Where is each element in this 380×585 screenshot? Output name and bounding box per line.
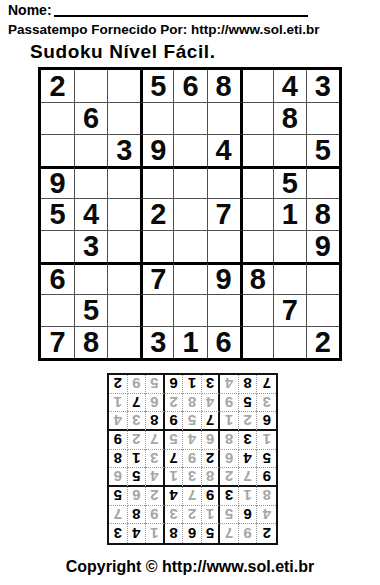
solution-cell-r7c1: 6 [257, 412, 276, 431]
solution-cell-r9c9: 2 [109, 375, 128, 394]
solution-cell-r2c1: 4 [257, 506, 276, 525]
solution-cell-r4c1: 9 [257, 468, 276, 487]
puzzle-cell-r7c6: 9 [207, 262, 240, 294]
puzzle-cell-r1c1: 2 [41, 70, 74, 102]
puzzle-cell-r3c1[interactable] [41, 134, 74, 166]
solution-cell-r5c4: 2 [202, 450, 221, 469]
sudoku-solution-grid-rotated: 2975681434651239878139742659728314565462… [107, 373, 278, 545]
puzzle-cell-r6c9: 9 [306, 230, 339, 262]
puzzle-cell-r2c8: 8 [273, 102, 306, 134]
puzzle-cell-r5c1: 5 [41, 198, 74, 230]
solution-cell-r7c3: 1 [220, 412, 239, 431]
solution-cell-r6c7: 7 [146, 431, 165, 450]
solution-cell-r4c3: 2 [220, 468, 239, 487]
puzzle-cell-r2c7[interactable] [240, 102, 273, 134]
solution-cell-r5c6: 7 [165, 450, 184, 469]
solution-cell-r5c9: 8 [109, 450, 128, 469]
puzzle-cell-r8c4[interactable] [140, 294, 173, 326]
puzzle-cell-r9c8[interactable] [273, 326, 306, 358]
solution-cell-r8c9: 1 [109, 394, 128, 413]
puzzle-cell-r7c8[interactable] [273, 262, 306, 294]
solution-cell-r5c2: 4 [239, 450, 258, 469]
solution-cell-r6c4: 6 [202, 431, 221, 450]
puzzle-cell-r9c2: 8 [74, 326, 107, 358]
puzzle-cell-r6c5[interactable] [173, 230, 206, 262]
puzzle-cell-r6c7[interactable] [240, 230, 273, 262]
puzzle-cell-r1c5: 6 [173, 70, 206, 102]
puzzle-cell-r3c6: 4 [207, 134, 240, 166]
puzzle-cell-r5c7[interactable] [240, 198, 273, 230]
puzzle-cell-r9c6: 6 [207, 326, 240, 358]
solution-cell-r6c2: 3 [239, 431, 258, 450]
solution-cell-r4c2: 7 [239, 468, 258, 487]
puzzle-cell-r7c5[interactable] [173, 262, 206, 294]
puzzle-cell-r7c3[interactable] [107, 262, 140, 294]
puzzle-cell-r5c9: 8 [306, 198, 339, 230]
puzzle-cell-r6c2: 3 [74, 230, 107, 262]
solution-cell-r9c2: 8 [239, 375, 258, 394]
puzzle-cell-r5c4: 2 [140, 198, 173, 230]
puzzle-cell-r8c7[interactable] [240, 294, 273, 326]
solution-cell-r2c7: 9 [146, 506, 165, 525]
solution-cell-r9c7: 5 [146, 375, 165, 394]
puzzle-cell-r3c5[interactable] [173, 134, 206, 166]
puzzle-cell-r3c3: 3 [107, 134, 140, 166]
puzzle-cell-r7c2[interactable] [74, 262, 107, 294]
solution-cell-r3c1: 8 [257, 487, 276, 506]
puzzle-cell-r2c2: 6 [74, 102, 107, 134]
puzzle-cell-r3c9: 5 [306, 134, 339, 166]
puzzle-cell-r7c1: 6 [41, 262, 74, 294]
puzzle-cell-r2c3[interactable] [107, 102, 140, 134]
puzzle-cell-r4c1: 9 [41, 166, 74, 198]
solution-cell-r3c5: 7 [183, 487, 202, 506]
puzzle-cell-r3c2[interactable] [74, 134, 107, 166]
solution-cell-r3c8: 6 [128, 487, 147, 506]
puzzle-cell-r5c2: 4 [74, 198, 107, 230]
puzzle-cell-r6c3[interactable] [107, 230, 140, 262]
solution-cell-r2c2: 6 [239, 506, 258, 525]
puzzle-cell-r9c1: 7 [41, 326, 74, 358]
solution-cell-r3c4: 9 [202, 487, 221, 506]
solution-cell-r1c5: 6 [183, 524, 202, 543]
puzzle-cell-r8c3[interactable] [107, 294, 140, 326]
solution-cell-r7c4: 7 [202, 412, 221, 431]
solution-cell-r4c9: 6 [109, 468, 128, 487]
puzzle-cell-r6c1[interactable] [41, 230, 74, 262]
solution-cell-r8c3: 9 [220, 394, 239, 413]
puzzle-cell-r2c4[interactable] [140, 102, 173, 134]
puzzle-cell-r1c2[interactable] [74, 70, 107, 102]
puzzle-cell-r4c5[interactable] [173, 166, 206, 198]
puzzle-cell-r4c2[interactable] [74, 166, 107, 198]
puzzle-cell-r4c6[interactable] [207, 166, 240, 198]
puzzle-cell-r1c4: 5 [140, 70, 173, 102]
solution-cell-r9c5: 1 [183, 375, 202, 394]
puzzle-cell-r9c4: 3 [140, 326, 173, 358]
solution-cell-r7c2: 2 [239, 412, 258, 431]
puzzle-cell-r2c6[interactable] [207, 102, 240, 134]
puzzle-cell-r8c8: 7 [273, 294, 306, 326]
solution-cell-r8c4: 4 [202, 394, 221, 413]
puzzle-cell-r1c3[interactable] [107, 70, 140, 102]
puzzle-cell-r8c5[interactable] [173, 294, 206, 326]
solution-cell-r6c6: 5 [165, 431, 184, 450]
solution-cell-r1c9: 3 [109, 524, 128, 543]
solution-cell-r7c5: 5 [183, 412, 202, 431]
solution-cell-r4c7: 4 [146, 468, 165, 487]
puzzle-cell-r2c9[interactable] [306, 102, 339, 134]
solution-cell-r5c7: 3 [146, 450, 165, 469]
puzzle-cell-r6c6[interactable] [207, 230, 240, 262]
solution-cell-r4c5: 3 [183, 468, 202, 487]
puzzle-cell-r5c3[interactable] [107, 198, 140, 230]
sudoku-worksheet-page: Nome: Passatempo Fornecido Por: http://w… [0, 0, 380, 585]
puzzle-cell-r6c4[interactable] [140, 230, 173, 262]
puzzle-cell-r4c9[interactable] [306, 166, 339, 198]
solution-cell-r2c8: 8 [128, 506, 147, 525]
solution-cell-r5c5: 9 [183, 450, 202, 469]
puzzle-cell-r5c6: 7 [207, 198, 240, 230]
solution-cell-r1c8: 4 [128, 524, 147, 543]
puzzle-cell-r4c8: 5 [273, 166, 306, 198]
solution-cell-r6c3: 8 [220, 431, 239, 450]
solution-cell-r3c6: 4 [165, 487, 184, 506]
solution-cell-r8c1: 3 [257, 394, 276, 413]
name-label: Nome: [8, 3, 52, 17]
solution-cell-r2c5: 2 [183, 506, 202, 525]
puzzle-cell-r2c5[interactable] [173, 102, 206, 134]
puzzle-cell-r1c6: 8 [207, 70, 240, 102]
sudoku-puzzle-grid: 2568436839459554271839679857783162 [38, 67, 342, 361]
puzzle-cell-r8c6[interactable] [207, 294, 240, 326]
solution-cell-r4c4: 8 [202, 468, 221, 487]
provided-by-text: Passatempo Fornecido Por: http://www.sol… [8, 22, 320, 37]
solution-cell-r9c6: 6 [165, 375, 184, 394]
puzzle-cell-r9c9: 2 [306, 326, 339, 358]
solution-cell-r6c9: 9 [109, 431, 128, 450]
solution-cell-r1c1: 2 [257, 524, 276, 543]
solution-cell-r1c7: 1 [146, 524, 165, 543]
solution-cell-r4c8: 5 [128, 468, 147, 487]
puzzle-cell-r6c8[interactable] [273, 230, 306, 262]
solution-cell-r6c1: 1 [257, 431, 276, 450]
puzzle-cell-r7c9[interactable] [306, 262, 339, 294]
solution-cell-r9c1: 7 [257, 375, 276, 394]
solution-cell-r2c3: 5 [220, 506, 239, 525]
solution-cell-r3c3: 3 [220, 487, 239, 506]
solution-cell-r2c6: 3 [165, 506, 184, 525]
solution-cell-r1c4: 5 [202, 524, 221, 543]
puzzle-cell-r1c8: 4 [273, 70, 306, 102]
solution-cell-r3c2: 1 [239, 487, 258, 506]
solution-cell-r2c9: 7 [109, 506, 128, 525]
puzzle-cell-r8c1[interactable] [41, 294, 74, 326]
puzzle-cell-r9c5: 1 [173, 326, 206, 358]
name-row: Nome: [8, 3, 308, 17]
puzzle-cell-r4c3[interactable] [107, 166, 140, 198]
puzzle-cell-r4c7[interactable] [240, 166, 273, 198]
solution-cell-r8c7: 6 [146, 394, 165, 413]
solution-cell-r6c8: 2 [128, 431, 147, 450]
solution-cell-r9c4: 3 [202, 375, 221, 394]
puzzle-cell-r3c8[interactable] [273, 134, 306, 166]
copyright-text: Copyright © http://www.sol.eti.br [0, 558, 380, 576]
solution-cell-r1c2: 9 [239, 524, 258, 543]
puzzle-cell-r3c4: 9 [140, 134, 173, 166]
solution-cell-r6c5: 4 [183, 431, 202, 450]
puzzle-cell-r2c1[interactable] [41, 102, 74, 134]
puzzle-cell-r8c2: 5 [74, 294, 107, 326]
solution-cell-r8c8: 7 [128, 394, 147, 413]
solution-cell-r5c1: 5 [257, 450, 276, 469]
solution-cell-r5c8: 1 [128, 450, 147, 469]
solution-cell-r4c6: 1 [165, 468, 184, 487]
puzzle-cell-r9c7[interactable] [240, 326, 273, 358]
solution-cell-r5c3: 6 [220, 450, 239, 469]
solution-cell-r8c5: 8 [183, 394, 202, 413]
puzzle-cell-r1c7[interactable] [240, 70, 273, 102]
solution-cell-r3c7: 2 [146, 487, 165, 506]
name-fill-line [54, 4, 308, 17]
solution-cell-r1c3: 7 [220, 524, 239, 543]
puzzle-cell-r7c4: 7 [140, 262, 173, 294]
solution-cell-r2c4: 1 [202, 506, 221, 525]
solution-cell-r9c8: 9 [128, 375, 147, 394]
solution-cell-r8c2: 5 [239, 394, 258, 413]
puzzle-cell-r9c3[interactable] [107, 326, 140, 358]
solution-cell-r3c9: 5 [109, 487, 128, 506]
puzzle-cell-r1c9: 3 [306, 70, 339, 102]
solution-cell-r1c6: 8 [165, 524, 184, 543]
puzzle-cell-r3c7[interactable] [240, 134, 273, 166]
page-title: Sudoku Nível Fácil. [30, 41, 216, 63]
solution-cell-r7c6: 9 [165, 412, 184, 431]
solution-cell-r7c9: 4 [109, 412, 128, 431]
puzzle-cell-r5c8: 1 [273, 198, 306, 230]
puzzle-cell-r5c5[interactable] [173, 198, 206, 230]
solution-cell-r7c7: 8 [146, 412, 165, 431]
puzzle-cell-r8c9[interactable] [306, 294, 339, 326]
solution-cell-r9c3: 4 [220, 375, 239, 394]
puzzle-cell-r7c7: 8 [240, 262, 273, 294]
solution-cell-r8c6: 2 [165, 394, 184, 413]
solution-cell-r7c8: 3 [128, 412, 147, 431]
puzzle-cell-r4c4[interactable] [140, 166, 173, 198]
